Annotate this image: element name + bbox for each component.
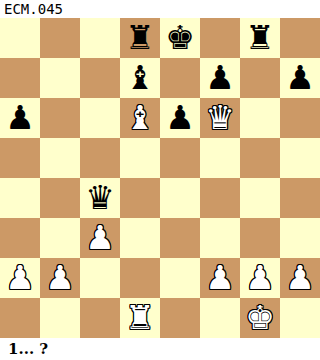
square-d6[interactable]: ♝ xyxy=(120,98,160,138)
square-b8[interactable] xyxy=(40,18,80,58)
square-e1[interactable] xyxy=(160,298,200,338)
square-e4[interactable] xyxy=(160,178,200,218)
square-c7[interactable] xyxy=(80,58,120,98)
square-d4[interactable] xyxy=(120,178,160,218)
square-b6[interactable] xyxy=(40,98,80,138)
square-a6[interactable]: ♟ xyxy=(0,98,40,138)
piece-white-pawn[interactable]: ♟ xyxy=(45,258,75,298)
piece-white-king[interactable]: ♚ xyxy=(245,298,275,338)
square-f7[interactable]: ♟ xyxy=(200,58,240,98)
square-c5[interactable] xyxy=(80,138,120,178)
square-h6[interactable] xyxy=(280,98,320,138)
square-f3[interactable] xyxy=(200,218,240,258)
square-h7[interactable]: ♟ xyxy=(280,58,320,98)
move-prompt: 1... ? xyxy=(0,338,320,360)
piece-white-pawn[interactable]: ♟ xyxy=(5,258,35,298)
square-h2[interactable]: ♟ xyxy=(280,258,320,298)
square-f8[interactable] xyxy=(200,18,240,58)
square-e7[interactable] xyxy=(160,58,200,98)
piece-black-bishop[interactable]: ♝ xyxy=(125,58,155,98)
square-c1[interactable] xyxy=(80,298,120,338)
square-h4[interactable] xyxy=(280,178,320,218)
square-g5[interactable] xyxy=(240,138,280,178)
square-d1[interactable]: ♜ xyxy=(120,298,160,338)
square-f1[interactable] xyxy=(200,298,240,338)
square-c8[interactable] xyxy=(80,18,120,58)
square-g6[interactable] xyxy=(240,98,280,138)
square-g8[interactable]: ♜ xyxy=(240,18,280,58)
piece-white-pawn[interactable]: ♟ xyxy=(245,258,275,298)
square-e3[interactable] xyxy=(160,218,200,258)
square-e5[interactable] xyxy=(160,138,200,178)
piece-black-rook[interactable]: ♜ xyxy=(245,18,275,58)
chess-diagram-page: ECM.045 ♜♚♜♝♟♟♟♝♟♛♛♟♟♟♟♟♟♜♚ 1... ? xyxy=(0,0,320,360)
piece-black-pawn[interactable]: ♟ xyxy=(285,58,315,98)
piece-black-queen[interactable]: ♛ xyxy=(85,178,115,218)
square-d8[interactable]: ♜ xyxy=(120,18,160,58)
square-b2[interactable]: ♟ xyxy=(40,258,80,298)
piece-black-rook[interactable]: ♜ xyxy=(125,18,155,58)
square-d5[interactable] xyxy=(120,138,160,178)
piece-white-pawn[interactable]: ♟ xyxy=(205,258,235,298)
square-g2[interactable]: ♟ xyxy=(240,258,280,298)
square-f4[interactable] xyxy=(200,178,240,218)
piece-white-pawn[interactable]: ♟ xyxy=(85,218,115,258)
square-d2[interactable] xyxy=(120,258,160,298)
square-a2[interactable]: ♟ xyxy=(0,258,40,298)
square-h5[interactable] xyxy=(280,138,320,178)
piece-black-pawn[interactable]: ♟ xyxy=(165,98,195,138)
square-c6[interactable] xyxy=(80,98,120,138)
square-b4[interactable] xyxy=(40,178,80,218)
square-b1[interactable] xyxy=(40,298,80,338)
piece-white-queen[interactable]: ♛ xyxy=(205,98,235,138)
square-g4[interactable] xyxy=(240,178,280,218)
piece-white-rook[interactable]: ♜ xyxy=(125,298,155,338)
piece-white-pawn[interactable]: ♟ xyxy=(285,258,315,298)
square-f6[interactable]: ♛ xyxy=(200,98,240,138)
square-c4[interactable]: ♛ xyxy=(80,178,120,218)
square-a8[interactable] xyxy=(0,18,40,58)
square-a5[interactable] xyxy=(0,138,40,178)
square-e8[interactable]: ♚ xyxy=(160,18,200,58)
square-a1[interactable] xyxy=(0,298,40,338)
square-a4[interactable] xyxy=(0,178,40,218)
square-f5[interactable] xyxy=(200,138,240,178)
square-h3[interactable] xyxy=(280,218,320,258)
piece-white-bishop[interactable]: ♝ xyxy=(125,98,155,138)
square-b5[interactable] xyxy=(40,138,80,178)
square-c2[interactable] xyxy=(80,258,120,298)
square-g7[interactable] xyxy=(240,58,280,98)
square-b7[interactable] xyxy=(40,58,80,98)
page-title: ECM.045 xyxy=(0,0,320,18)
square-e2[interactable] xyxy=(160,258,200,298)
square-g3[interactable] xyxy=(240,218,280,258)
square-a7[interactable] xyxy=(0,58,40,98)
piece-black-king[interactable]: ♚ xyxy=(165,18,195,58)
piece-black-pawn[interactable]: ♟ xyxy=(5,98,35,138)
chess-board: ♜♚♜♝♟♟♟♝♟♛♛♟♟♟♟♟♟♜♚ xyxy=(0,18,320,338)
square-d7[interactable]: ♝ xyxy=(120,58,160,98)
square-a3[interactable] xyxy=(0,218,40,258)
square-b3[interactable] xyxy=(40,218,80,258)
square-d3[interactable] xyxy=(120,218,160,258)
square-h8[interactable] xyxy=(280,18,320,58)
piece-black-pawn[interactable]: ♟ xyxy=(205,58,235,98)
square-e6[interactable]: ♟ xyxy=(160,98,200,138)
square-c3[interactable]: ♟ xyxy=(80,218,120,258)
square-f2[interactable]: ♟ xyxy=(200,258,240,298)
square-h1[interactable] xyxy=(280,298,320,338)
square-g1[interactable]: ♚ xyxy=(240,298,280,338)
